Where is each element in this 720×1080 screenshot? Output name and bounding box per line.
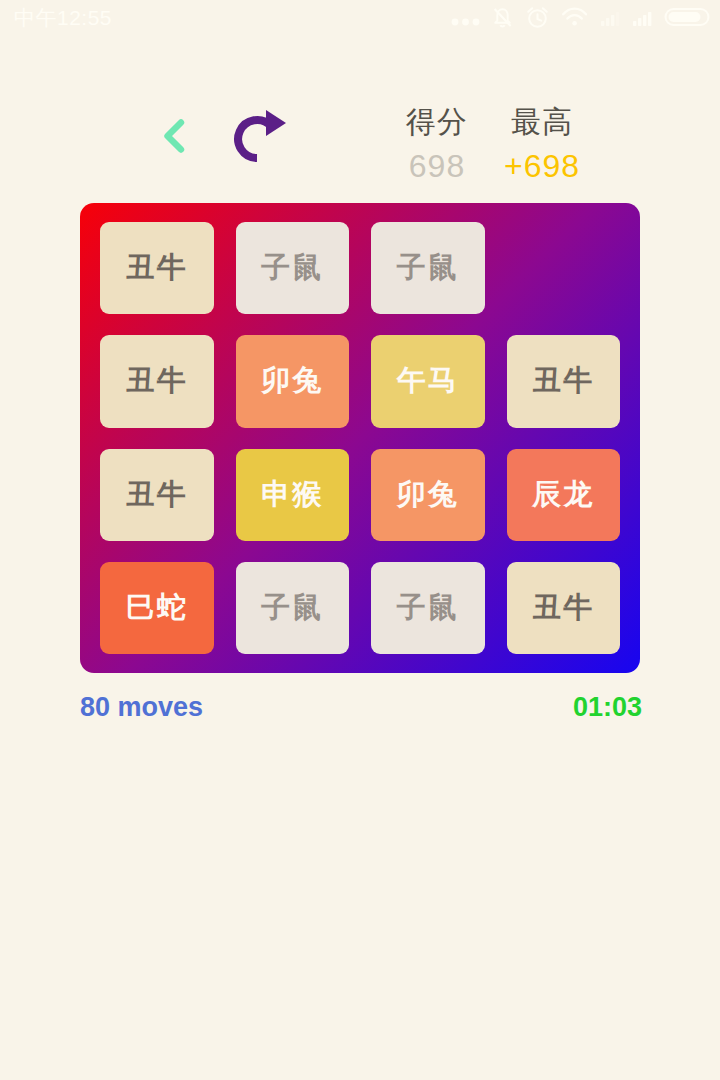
restart-button[interactable] [227,108,287,170]
cell-r1-c0: 丑牛 [100,335,214,427]
more-dots-icon [451,18,480,26]
status-bar: 中午12:55 [0,0,720,32]
cell-r0-c1: 子鼠 [236,222,350,314]
cell-r2-c1: 申猴 [236,449,350,541]
notifications-muted-icon [491,6,514,29]
cell-r0-c0: 丑牛 [100,222,214,314]
cell-r3-c2: 子鼠 [371,562,485,654]
best-label: 最高 [477,102,607,143]
game-board[interactable]: 丑牛 子鼠 子鼠 丑牛 卯兔 午马 丑牛 丑牛 申猴 卯兔 辰龙 巳蛇 子鼠 子… [80,203,640,673]
cell-r2-c0: 丑牛 [100,449,214,541]
cell-r3-c1: 子鼠 [236,562,350,654]
cell-r3-c0: 巳蛇 [100,562,214,654]
status-time: 中午12:55 [14,4,112,32]
status-icons [451,5,711,29]
game-timer: 01:03 [573,692,642,723]
cell-r1-c2: 午马 [371,335,485,427]
alarm-icon [525,5,550,30]
cell-r2-c2: 卯兔 [371,449,485,541]
wifi-icon [561,6,589,28]
signal-sim2-icon [632,9,653,26]
cell-r3-c3: 丑牛 [507,562,621,654]
app-screen: 中午12:55 [0,0,720,1080]
best-score-block: 最高 +698 [477,102,607,185]
best-value: +698 [477,148,607,185]
cell-r0-c2: 子鼠 [371,222,485,314]
cell-r0-c3 [507,222,621,314]
moves-counter: 80 moves [80,692,203,723]
cell-r1-c1: 卯兔 [236,335,350,427]
cell-r2-c3: 辰龙 [507,449,621,541]
battery-icon [664,7,711,27]
signal-sim1-icon [600,9,621,26]
back-button[interactable] [158,118,190,154]
cell-r1-c3: 丑牛 [507,335,621,427]
